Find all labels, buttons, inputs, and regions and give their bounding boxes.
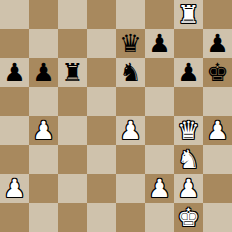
square-g4[interactable]: ♛ [174,116,203,145]
square-b8[interactable] [29,0,58,29]
square-f6[interactable] [145,58,174,87]
square-b5[interactable] [29,87,58,116]
square-e6[interactable]: ♞ [116,58,145,87]
square-a6[interactable]: ♟ [0,58,29,87]
square-g3[interactable]: ♞ [174,145,203,174]
square-e7[interactable]: ♛ [116,29,145,58]
square-f4[interactable] [145,116,174,145]
square-f7[interactable]: ♟ [145,29,174,58]
square-d2[interactable] [87,174,116,203]
square-c4[interactable] [58,116,87,145]
black-pawn[interactable]: ♟ [206,29,228,58]
square-b1[interactable] [29,203,58,232]
square-d3[interactable] [87,145,116,174]
square-b4[interactable]: ♟ [29,116,58,145]
white-pawn[interactable]: ♟ [206,116,228,145]
square-e5[interactable] [116,87,145,116]
black-queen[interactable]: ♛ [119,29,141,58]
square-g5[interactable] [174,87,203,116]
square-e2[interactable] [116,174,145,203]
square-f8[interactable] [145,0,174,29]
white-pawn[interactable]: ♟ [148,174,170,203]
square-a5[interactable] [0,87,29,116]
black-pawn[interactable]: ♟ [148,29,170,58]
square-f5[interactable] [145,87,174,116]
square-g6[interactable]: ♟ [174,58,203,87]
square-h3[interactable] [203,145,232,174]
square-d1[interactable] [87,203,116,232]
square-h4[interactable]: ♟ [203,116,232,145]
square-d6[interactable] [87,58,116,87]
square-c8[interactable] [58,0,87,29]
square-g2[interactable]: ♟ [174,174,203,203]
square-c5[interactable] [58,87,87,116]
black-knight[interactable]: ♞ [119,58,141,87]
square-a7[interactable] [0,29,29,58]
square-g7[interactable] [174,29,203,58]
square-h5[interactable] [203,87,232,116]
white-pawn[interactable]: ♟ [3,174,25,203]
square-h1[interactable] [203,203,232,232]
square-d7[interactable] [87,29,116,58]
square-a1[interactable] [0,203,29,232]
square-e8[interactable] [116,0,145,29]
square-g1[interactable]: ♚ [174,203,203,232]
black-pawn[interactable]: ♟ [3,58,25,87]
square-h7[interactable]: ♟ [203,29,232,58]
square-e4[interactable]: ♟ [116,116,145,145]
chess-board: ♜♛♟♟♟♟♜♞♟♚♟♟♛♟♞♟♟♟♚ [0,0,232,232]
square-h8[interactable] [203,0,232,29]
black-king[interactable]: ♚ [206,58,228,87]
white-queen[interactable]: ♛ [177,116,199,145]
black-rook[interactable]: ♜ [61,58,83,87]
white-pawn[interactable]: ♟ [177,174,199,203]
square-a4[interactable] [0,116,29,145]
square-d5[interactable] [87,87,116,116]
square-e1[interactable] [116,203,145,232]
square-b3[interactable] [29,145,58,174]
white-pawn[interactable]: ♟ [119,116,141,145]
square-e3[interactable] [116,145,145,174]
square-c6[interactable]: ♜ [58,58,87,87]
white-knight[interactable]: ♞ [177,145,199,174]
square-c3[interactable] [58,145,87,174]
square-a8[interactable] [0,0,29,29]
square-a2[interactable]: ♟ [0,174,29,203]
square-h2[interactable] [203,174,232,203]
square-b7[interactable] [29,29,58,58]
black-pawn[interactable]: ♟ [32,58,54,87]
square-a3[interactable] [0,145,29,174]
square-b6[interactable]: ♟ [29,58,58,87]
white-rook[interactable]: ♜ [177,0,199,29]
square-d8[interactable] [87,0,116,29]
square-d4[interactable] [87,116,116,145]
square-c2[interactable] [58,174,87,203]
square-b2[interactable] [29,174,58,203]
square-f2[interactable]: ♟ [145,174,174,203]
white-king[interactable]: ♚ [177,203,199,232]
white-pawn[interactable]: ♟ [32,116,54,145]
square-c7[interactable] [58,29,87,58]
square-f1[interactable] [145,203,174,232]
black-pawn[interactable]: ♟ [177,58,199,87]
square-g8[interactable]: ♜ [174,0,203,29]
square-h6[interactable]: ♚ [203,58,232,87]
square-c1[interactable] [58,203,87,232]
square-f3[interactable] [145,145,174,174]
